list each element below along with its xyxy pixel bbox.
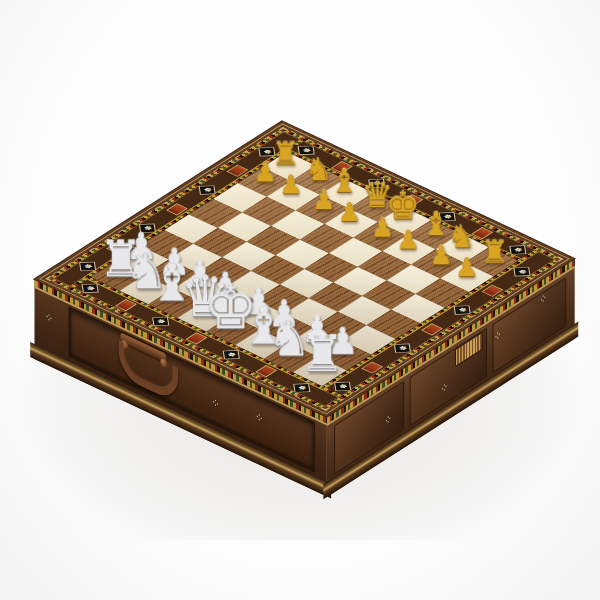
inlay-flower-diamond: ✽ [513,267,530,276]
inlay-flower-diamond: ✽ [393,343,410,352]
square-h1[interactable]: ♜ [293,357,346,386]
inlay-flower-diamond: ✽ [453,305,470,314]
piece-black-pawn[interactable]: ♟ [396,228,419,254]
inlay-flower-diamond: ✽ [223,350,240,359]
inlay-flower-diamond: ✽ [153,317,170,326]
inlay-flower-diamond: ✽ [509,245,526,254]
pearl-inlay-motif: ⁘ [45,310,54,326]
piece-black-pawn[interactable]: ♟ [430,243,453,269]
inlay-flower-diamond: ✽ [82,284,99,293]
pearl-inlay-motif: ⁘ [211,395,220,411]
piece-black-pawn[interactable]: ♟ [338,200,361,226]
piece-black-pawn[interactable]: ♟ [455,255,478,281]
chess-set-photo: ⁘ ⁘ ⁘ ⁘ ⁘ ⁘ ⁘ ✽✽✽✽ ✽✽✽✽ ✽✽✽✽ ✽✽✽✽ ♜♞♝♛♚♝… [0,0,600,600]
pearl-inlay-motif: ⁘ [255,410,264,426]
piece-black-knight[interactable]: ♞ [305,154,333,185]
piece-black-pawn[interactable]: ♟ [279,172,302,198]
piece-white-rook[interactable]: ♜ [300,330,344,379]
inlay-flower-diamond: ✽ [293,383,310,392]
inlay-flower-diamond: ✽ [333,382,350,391]
piece-black-pawn[interactable]: ♟ [312,188,335,214]
piece-black-rook[interactable]: ♜ [481,237,509,268]
piece-black-bishop[interactable]: ♝ [422,208,451,240]
piece-black-pawn[interactable]: ♟ [254,160,277,186]
piece-black-pawn[interactable]: ♟ [371,216,394,242]
